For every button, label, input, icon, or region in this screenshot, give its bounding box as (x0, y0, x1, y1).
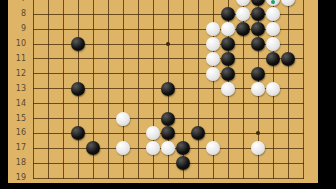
black-stone-c16-r7[interactable] (251, 0, 265, 6)
row-label-13: 13 (14, 85, 26, 93)
grid-line-horizontal (33, 103, 304, 104)
black-stone-c14-r8[interactable] (221, 7, 235, 21)
grid-line-horizontal (33, 163, 304, 164)
row-label-8: 8 (14, 10, 26, 18)
white-stone-c17-r10[interactable] (266, 37, 280, 51)
row-label-9: 9 (14, 25, 26, 33)
white-stone-c16-r13[interactable] (251, 82, 265, 96)
black-stone-c12-r16[interactable] (191, 126, 205, 140)
white-stone-c18-r7[interactable] (281, 0, 295, 6)
row-label-19: 19 (14, 174, 26, 182)
black-stone-c10-r15[interactable] (161, 112, 175, 126)
grid-line-vertical (198, 0, 199, 179)
white-stone-c13-r9[interactable] (206, 22, 220, 36)
black-stone-c18-r11[interactable] (281, 52, 295, 66)
black-stone-c16-r12[interactable] (251, 67, 265, 81)
white-stone-c17-r8[interactable] (266, 7, 280, 21)
black-stone-c16-r9[interactable] (251, 22, 265, 36)
grid-line-vertical (288, 0, 289, 179)
black-stone-c16-r10[interactable] (251, 37, 265, 51)
white-stone-c15-r7[interactable] (236, 0, 250, 6)
grid-line-vertical (33, 0, 34, 179)
black-stone-c4-r13[interactable] (71, 82, 85, 96)
white-stone-c17-r13[interactable] (266, 82, 280, 96)
grid-line-vertical (63, 0, 64, 179)
black-stone-c14-r11[interactable] (221, 52, 235, 66)
white-stone-c14-r9[interactable] (221, 22, 235, 36)
white-stone-c9-r17[interactable] (146, 141, 160, 155)
go-board[interactable]: 78910111213141516171819 (8, 0, 318, 183)
white-stone-c13-r10[interactable] (206, 37, 220, 51)
black-stone-c4-r16[interactable] (71, 126, 85, 140)
black-stone-c10-r13[interactable] (161, 82, 175, 96)
white-stone-c9-r16[interactable] (146, 126, 160, 140)
row-label-11: 11 (14, 55, 26, 63)
star-point (166, 42, 170, 46)
row-label-7: 7 (14, 0, 26, 3)
black-stone-c15-r9[interactable] (236, 22, 250, 36)
black-stone-c5-r17[interactable] (86, 141, 100, 155)
white-stone-c17-r9[interactable] (266, 22, 280, 36)
row-label-17: 17 (14, 144, 26, 152)
black-stone-c11-r18[interactable] (176, 156, 190, 170)
row-label-18: 18 (14, 159, 26, 167)
grid-line-vertical (108, 0, 109, 179)
black-stone-c17-r11[interactable] (266, 52, 280, 66)
row-label-14: 14 (14, 100, 26, 108)
row-label-12: 12 (14, 70, 26, 78)
white-stone-c13-r11[interactable] (206, 52, 220, 66)
white-stone-c10-r17[interactable] (161, 141, 175, 155)
black-stone-c4-r10[interactable] (71, 37, 85, 51)
grid-line-vertical (303, 0, 304, 179)
black-stone-c11-r17[interactable] (176, 141, 190, 155)
go-app-frame: 78910111213141516171819 (0, 0, 336, 189)
grid-line-vertical (48, 0, 49, 179)
black-stone-c14-r10[interactable] (221, 37, 235, 51)
white-stone-c16-r17[interactable] (251, 141, 265, 155)
black-stone-c10-r16[interactable] (161, 126, 175, 140)
white-stone-c14-r13[interactable] (221, 82, 235, 96)
grid-line-horizontal (33, 178, 304, 179)
row-label-15: 15 (14, 115, 26, 123)
grid-line-vertical (138, 0, 139, 179)
black-stone-c14-r12[interactable] (221, 67, 235, 81)
row-label-16: 16 (14, 129, 26, 137)
grid-line-horizontal (33, 58, 304, 59)
white-stone-c13-r17[interactable] (206, 141, 220, 155)
black-stone-c16-r8[interactable] (251, 7, 265, 21)
white-stone-c7-r17[interactable] (116, 141, 130, 155)
white-stone-c13-r12[interactable] (206, 67, 220, 81)
white-stone-c15-r8[interactable] (236, 7, 250, 21)
star-point (256, 131, 260, 135)
white-stone-c7-r15[interactable] (116, 112, 130, 126)
row-label-10: 10 (14, 40, 26, 48)
